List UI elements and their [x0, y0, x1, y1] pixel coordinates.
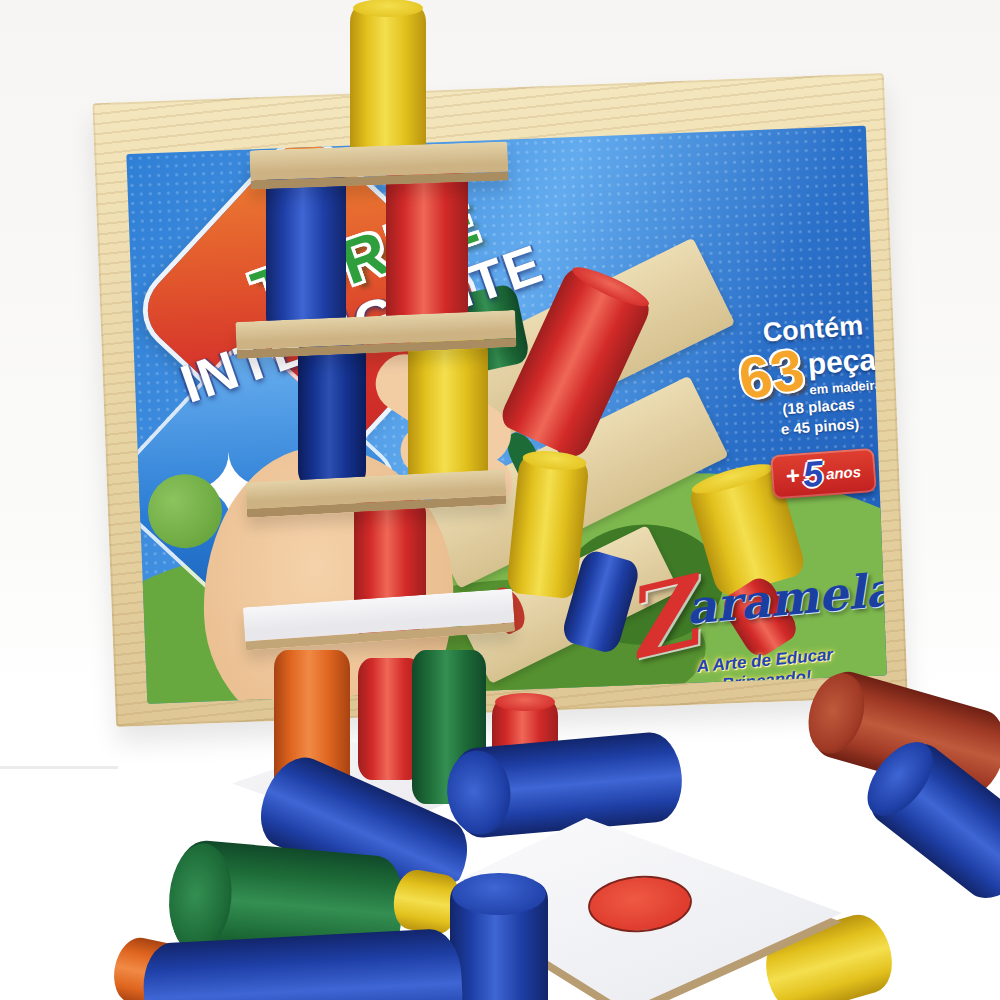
scattered-peg-blue-upright [450, 882, 548, 1000]
tower-peg-blue-row2 [266, 166, 346, 334]
age-number: 5 [801, 453, 824, 496]
piece-count: 63 [734, 342, 807, 406]
tower-peg-yellow-row3 [408, 334, 488, 492]
floor-seam [0, 766, 118, 769]
age-plus: + [785, 462, 801, 491]
age-badge: + 5 anos [770, 448, 877, 499]
product-photo: ✦ TORRE INTELIGENTE [0, 0, 1000, 1000]
age-word: anos [825, 463, 861, 483]
tower-peg-blue-row3 [298, 336, 366, 488]
tower-peg-red-row2 [386, 160, 468, 336]
contents-info: Contém 63 peças em madeira (18 placas e … [726, 308, 887, 502]
pieces-word: peças [807, 343, 887, 379]
